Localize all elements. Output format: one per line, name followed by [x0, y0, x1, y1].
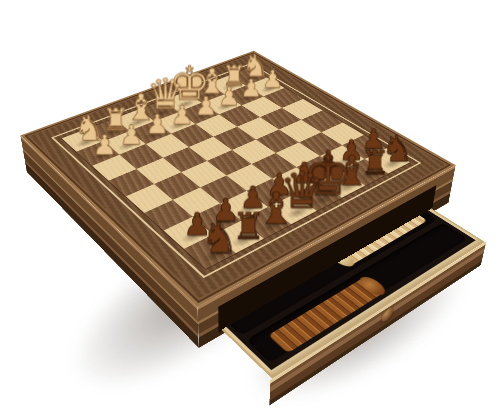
- scene: ♞♜♝♛♚♝♜♞♟♟♟♟♟♟♟♟♟♟♟♟♟♟♟♟♞♜♝♛♚♝♜♞: [0, 0, 500, 419]
- drawer-knob: [381, 305, 394, 324]
- product-photo: ♞♜♝♛♚♝♜♞♟♟♟♟♟♟♟♟♟♟♟♟♟♟♟♟♞♜♝♛♚♝♜♞: [0, 0, 500, 419]
- board-box: ♞♜♝♛♚♝♜♞♟♟♟♟♟♟♟♟♟♟♟♟♟♟♟♟♞♜♝♛♚♝♜♞: [20, 51, 455, 307]
